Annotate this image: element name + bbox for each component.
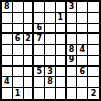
cell-r1c9[interactable] (88, 2, 99, 13)
cell-r9c3[interactable] (24, 88, 35, 99)
cell-r8c7[interactable] (67, 77, 78, 88)
cell-r5c7[interactable]: 8 (67, 45, 78, 56)
cell-r4c3[interactable]: 2 (24, 34, 35, 45)
sudoku-board: 83166278495364812 (0, 0, 101, 101)
cell-r3c7[interactable] (67, 24, 78, 35)
cell-r2c9[interactable] (88, 13, 99, 24)
cell-r6c4[interactable] (34, 56, 45, 67)
cell-r5c2[interactable] (13, 45, 24, 56)
cell-r3c3[interactable] (24, 24, 35, 35)
cell-r2c6[interactable]: 1 (56, 13, 67, 24)
cell-r7c9[interactable] (88, 67, 99, 78)
cell-r1c7[interactable]: 3 (67, 2, 78, 13)
cell-r5c6[interactable] (56, 45, 67, 56)
cell-r1c8[interactable] (77, 2, 88, 13)
cell-r8c6[interactable] (56, 77, 67, 88)
cell-r4c2[interactable]: 6 (13, 34, 24, 45)
cell-r2c3[interactable] (24, 13, 35, 24)
cell-r3c5[interactable] (45, 24, 56, 35)
cell-r6c1[interactable] (2, 56, 13, 67)
cell-r7c4[interactable]: 5 (34, 67, 45, 78)
cell-r4c8[interactable] (77, 34, 88, 45)
cell-r3c6[interactable] (56, 24, 67, 35)
cell-r1c1[interactable]: 8 (2, 2, 13, 13)
cell-r1c6[interactable] (56, 2, 67, 13)
cell-r4c1[interactable] (2, 34, 13, 45)
cell-r9c4[interactable] (34, 88, 45, 99)
cell-r6c7[interactable]: 9 (67, 56, 78, 67)
cell-r2c1[interactable] (2, 13, 13, 24)
cell-r2c5[interactable] (45, 13, 56, 24)
cell-r7c5[interactable]: 3 (45, 67, 56, 78)
cell-r7c1[interactable] (2, 67, 13, 78)
cell-r9c1[interactable] (2, 88, 13, 99)
cell-r9c8[interactable] (77, 88, 88, 99)
cell-r6c8[interactable] (77, 56, 88, 67)
cell-r8c5[interactable]: 8 (45, 77, 56, 88)
cell-r1c3[interactable] (24, 2, 35, 13)
cell-r2c4[interactable] (34, 13, 45, 24)
cell-r3c2[interactable] (13, 24, 24, 35)
cell-r6c2[interactable] (13, 56, 24, 67)
cell-r3c1[interactable] (2, 24, 13, 35)
cell-r9c2[interactable]: 1 (13, 88, 24, 99)
cell-r6c9[interactable] (88, 56, 99, 67)
cell-r8c2[interactable] (13, 77, 24, 88)
cell-r8c4[interactable] (34, 77, 45, 88)
cell-r4c9[interactable] (88, 34, 99, 45)
cell-r7c7[interactable] (67, 67, 78, 78)
cell-r3c4[interactable]: 6 (34, 24, 45, 35)
cell-r9c7[interactable] (67, 88, 78, 99)
cell-r5c8[interactable]: 4 (77, 45, 88, 56)
cell-r5c4[interactable] (34, 45, 45, 56)
cell-r2c8[interactable] (77, 13, 88, 24)
cell-r4c7[interactable] (67, 34, 78, 45)
cell-r4c4[interactable]: 7 (34, 34, 45, 45)
cell-r7c3[interactable] (24, 67, 35, 78)
cell-r4c6[interactable] (56, 34, 67, 45)
cell-r3c9[interactable] (88, 24, 99, 35)
cell-r6c6[interactable] (56, 56, 67, 67)
cell-r9c6[interactable] (56, 88, 67, 99)
cell-r2c2[interactable] (13, 13, 24, 24)
cell-r1c5[interactable] (45, 2, 56, 13)
cell-r7c2[interactable] (13, 67, 24, 78)
cell-r9c9[interactable]: 2 (88, 88, 99, 99)
cell-r7c6[interactable] (56, 67, 67, 78)
cell-r5c5[interactable] (45, 45, 56, 56)
cell-r1c2[interactable] (13, 2, 24, 13)
cell-r7c8[interactable]: 6 (77, 67, 88, 78)
cell-r8c8[interactable] (77, 77, 88, 88)
cell-r3c8[interactable] (77, 24, 88, 35)
cell-r8c9[interactable] (88, 77, 99, 88)
cell-r8c3[interactable] (24, 77, 35, 88)
cell-r4c5[interactable] (45, 34, 56, 45)
cell-r8c1[interactable]: 4 (2, 77, 13, 88)
cell-r5c9[interactable] (88, 45, 99, 56)
cell-r6c3[interactable] (24, 56, 35, 67)
cell-r5c1[interactable] (2, 45, 13, 56)
cell-r5c3[interactable] (24, 45, 35, 56)
cell-r1c4[interactable] (34, 2, 45, 13)
cell-r6c5[interactable] (45, 56, 56, 67)
cell-r9c5[interactable] (45, 88, 56, 99)
cell-r2c7[interactable] (67, 13, 78, 24)
